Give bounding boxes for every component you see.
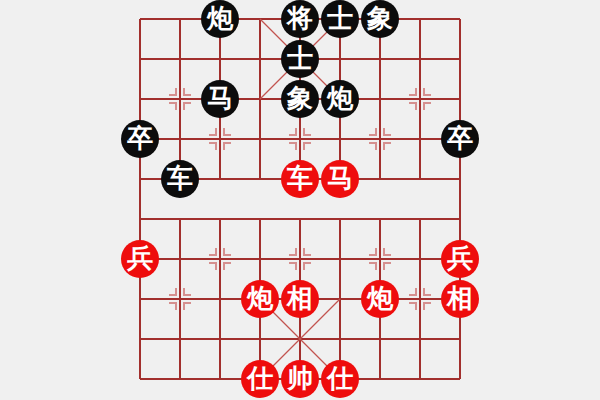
xiangqi-board[interactable]: 炮将士象士马象炮卒卒车车马兵兵炮相炮相仕帅仕	[0, 0, 600, 400]
piece-red-chariot[interactable]: 车	[281, 160, 319, 198]
piece-black-general[interactable]: 将	[281, 0, 319, 38]
piece-red-horse[interactable]: 马	[321, 160, 359, 198]
piece-black-elephant[interactable]: 象	[361, 0, 399, 38]
piece-black-elephant[interactable]: 象	[281, 80, 319, 118]
piece-red-soldier[interactable]: 兵	[121, 240, 159, 278]
piece-red-elephant[interactable]: 相	[281, 280, 319, 318]
piece-black-soldier[interactable]: 卒	[441, 120, 479, 158]
xiangqi-app: 炮将士象士马象炮卒卒车车马兵兵炮相炮相仕帅仕	[0, 0, 600, 400]
piece-red-elephant[interactable]: 相	[441, 280, 479, 318]
piece-black-soldier[interactable]: 卒	[121, 120, 159, 158]
piece-black-cannon[interactable]: 炮	[321, 80, 359, 118]
piece-red-cannon[interactable]: 炮	[361, 280, 399, 318]
piece-black-horse[interactable]: 马	[201, 80, 239, 118]
piece-red-king[interactable]: 帅	[281, 360, 319, 398]
piece-red-cannon[interactable]: 炮	[241, 280, 279, 318]
piece-red-soldier[interactable]: 兵	[441, 240, 479, 278]
piece-black-chariot[interactable]: 车	[161, 160, 199, 198]
piece-black-advisor[interactable]: 士	[281, 40, 319, 78]
piece-black-advisor[interactable]: 士	[321, 0, 359, 38]
piece-black-cannon[interactable]: 炮	[201, 0, 239, 38]
piece-layer: 炮将士象士马象炮卒卒车车马兵兵炮相炮相仕帅仕	[120, 0, 480, 399]
piece-red-advisor[interactable]: 仕	[321, 360, 359, 398]
piece-red-advisor[interactable]: 仕	[241, 360, 279, 398]
